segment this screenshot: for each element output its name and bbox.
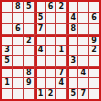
cell-r4c3-given: 2: [24, 35, 34, 45]
cell-r9c5-given: 2: [46, 89, 56, 99]
cell-r2c5-empty[interactable]: [46, 13, 56, 23]
given-digit: 5: [26, 3, 32, 11]
cell-r5c2-empty[interactable]: [13, 46, 23, 56]
given-digit: 5: [4, 57, 10, 65]
given-digit: 5: [38, 14, 44, 22]
cell-r7c4-empty[interactable]: [35, 67, 45, 77]
cell-r2c2-empty[interactable]: [13, 13, 23, 23]
cell-r3c1-empty[interactable]: [2, 24, 12, 34]
cell-r2c3-empty[interactable]: [24, 13, 34, 23]
cell-r7c2-empty[interactable]: [13, 67, 23, 77]
cell-r3c5-empty[interactable]: [46, 24, 56, 34]
cell-r8c1-given: 1: [2, 78, 12, 88]
cell-r6c6-empty[interactable]: [56, 56, 66, 66]
given-digit: 9: [26, 79, 32, 87]
given-digit: 6: [48, 3, 54, 11]
cell-r3c8-empty[interactable]: [78, 24, 88, 34]
cell-r4c6-empty[interactable]: [56, 35, 66, 45]
cell-r6c5-empty[interactable]: [46, 56, 56, 66]
given-digit: 2: [91, 46, 97, 54]
given-digit: 1: [59, 46, 65, 54]
cell-r8c6-given: 4: [56, 78, 66, 88]
cell-r9c9-empty[interactable]: [89, 89, 99, 99]
cell-r7c8-given: 4: [78, 67, 88, 77]
given-digit: 4: [38, 46, 44, 54]
cell-r5c1-given: 3: [2, 46, 12, 56]
given-digit: 1: [4, 79, 10, 87]
cell-r9c6-empty[interactable]: [56, 89, 66, 99]
cell-r1c9-empty[interactable]: [89, 2, 99, 12]
cell-r5c9-given: 2: [89, 46, 99, 56]
cell-r8c2-empty[interactable]: [13, 78, 23, 88]
given-digit: 7: [80, 90, 86, 98]
cell-r6c4-empty[interactable]: [35, 56, 45, 66]
cell-r9c3-empty[interactable]: [24, 89, 34, 99]
cell-r3c7-given: 8: [67, 24, 77, 34]
cell-r5c8-empty[interactable]: [78, 46, 88, 56]
cell-r7c3-given: 8: [24, 67, 34, 77]
cell-r1c1-empty[interactable]: [2, 2, 12, 12]
given-digit: 7: [59, 69, 65, 77]
cell-r1c7-empty[interactable]: [67, 2, 77, 12]
cell-r9c4-given: 1: [35, 89, 45, 99]
cell-r4c7-empty[interactable]: [67, 35, 77, 45]
given-digit: 6: [15, 25, 21, 33]
given-digit: 3: [4, 46, 10, 54]
cell-r9c7-given: 5: [67, 89, 77, 99]
cell-r6c8-empty[interactable]: [78, 56, 88, 66]
cell-r7c1-empty[interactable]: [2, 67, 12, 77]
cell-r3c3-empty[interactable]: [24, 24, 34, 34]
cell-r6c2-empty[interactable]: [13, 56, 23, 66]
cell-r6c7-given: 3: [67, 56, 77, 66]
cell-r8c9-empty[interactable]: [89, 78, 99, 88]
cell-r7c7-empty[interactable]: [67, 67, 77, 77]
cell-r3c2-given: 6: [13, 24, 23, 34]
cell-r8c4-empty[interactable]: [35, 78, 45, 88]
cell-r3c6-empty[interactable]: [56, 24, 66, 34]
given-digit: 1: [38, 90, 44, 98]
cell-r9c8-given: 7: [78, 89, 88, 99]
given-digit: 6: [91, 14, 97, 22]
given-digit: 2: [48, 90, 54, 98]
given-digit: 4: [70, 14, 76, 22]
cell-r1c5-given: 6: [46, 2, 56, 12]
cell-r6c3-empty[interactable]: [24, 56, 34, 66]
cell-r1c6-given: 2: [56, 2, 66, 12]
cell-r4c5-empty[interactable]: [46, 35, 56, 45]
cell-r4c8-empty[interactable]: [78, 35, 88, 45]
cell-r6c9-empty[interactable]: [89, 56, 99, 66]
cell-r1c2-given: 8: [13, 2, 23, 12]
cell-r5c7-empty[interactable]: [67, 46, 77, 56]
cell-r2c7-given: 4: [67, 13, 77, 23]
cell-r5c5-empty[interactable]: [46, 46, 56, 56]
cell-r8c3-given: 9: [24, 78, 34, 88]
given-digit: 4: [80, 69, 86, 77]
given-digit: 2: [26, 37, 32, 45]
given-digit: 8: [70, 25, 76, 33]
cell-r1c3-given: 5: [24, 2, 34, 12]
given-digit: 7: [38, 25, 44, 33]
cell-r7c9-empty[interactable]: [89, 67, 99, 77]
cell-r7c6-given: 7: [56, 67, 66, 77]
cell-r1c8-empty[interactable]: [78, 2, 88, 12]
cell-r4c2-empty[interactable]: [13, 35, 23, 45]
cell-r9c2-empty[interactable]: [13, 89, 23, 99]
cell-r4c1-empty[interactable]: [2, 35, 12, 45]
cell-r4c4-empty[interactable]: [35, 35, 45, 45]
cell-r7c5-empty[interactable]: [46, 67, 56, 77]
cell-r3c4-given: 7: [35, 24, 45, 34]
cell-r2c4-given: 5: [35, 13, 45, 23]
given-digit: 8: [15, 3, 21, 11]
given-digit: 5: [70, 90, 76, 98]
cell-r2c1-empty[interactable]: [2, 13, 12, 23]
cell-r4c9-given: 9: [89, 35, 99, 45]
given-digit: 8: [26, 69, 32, 77]
cell-r2c9-given: 6: [89, 13, 99, 23]
cell-r2c8-empty[interactable]: [78, 13, 88, 23]
cell-r2c6-empty[interactable]: [56, 13, 66, 23]
cell-r8c7-empty[interactable]: [67, 78, 77, 88]
given-digit: 2: [59, 3, 65, 11]
given-digit: 4: [59, 79, 65, 87]
cell-r8c5-empty[interactable]: [46, 78, 56, 88]
given-digit: 3: [70, 57, 76, 65]
cell-r6c1-given: 5: [2, 56, 12, 66]
cell-r1c4-empty[interactable]: [35, 2, 45, 12]
cell-r8c8-empty[interactable]: [78, 78, 88, 88]
cell-r5c3-empty[interactable]: [24, 46, 34, 56]
cell-r5c4-given: 4: [35, 46, 45, 56]
cell-r3c9-empty[interactable]: [89, 24, 99, 34]
cell-r5c6-given: 1: [56, 46, 66, 56]
given-digit: 9: [91, 37, 97, 45]
sudoku-board: 8562546678293412538741941257: [0, 0, 101, 101]
cell-r9c1-empty[interactable]: [2, 89, 12, 99]
